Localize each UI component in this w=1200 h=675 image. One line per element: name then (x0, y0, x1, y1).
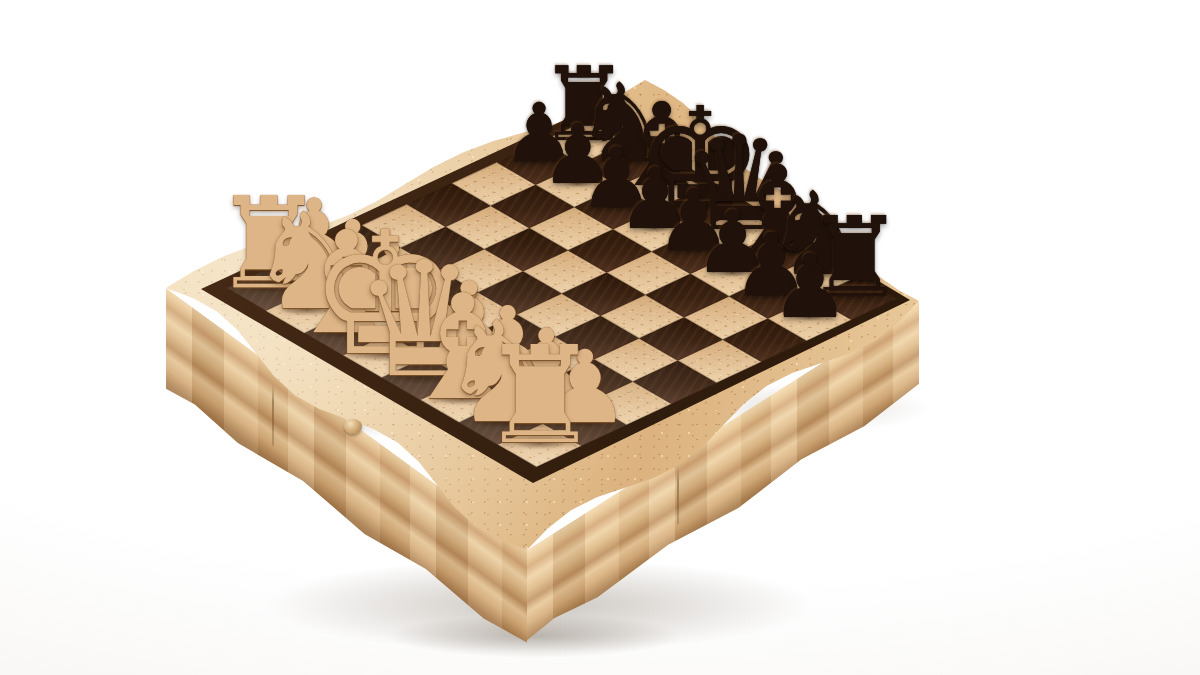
piece-black-pawn-a7[interactable]: ♟ (771, 244, 850, 332)
piece-white-rook-a1[interactable]: ♜ (480, 329, 600, 463)
pieces-layer: ♜♞♝♛♚♝♞♜♟♟♟♟♟♟♟♟♟♟♟♟♟♟♟♟♜♞♝♛♚♝♞♜ (0, 0, 1200, 675)
chess-set-photo: ♜♞♝♛♚♝♞♜♟♟♟♟♟♟♟♟♟♟♟♟♟♟♟♟♜♞♝♛♚♝♞♜ (0, 0, 1200, 675)
